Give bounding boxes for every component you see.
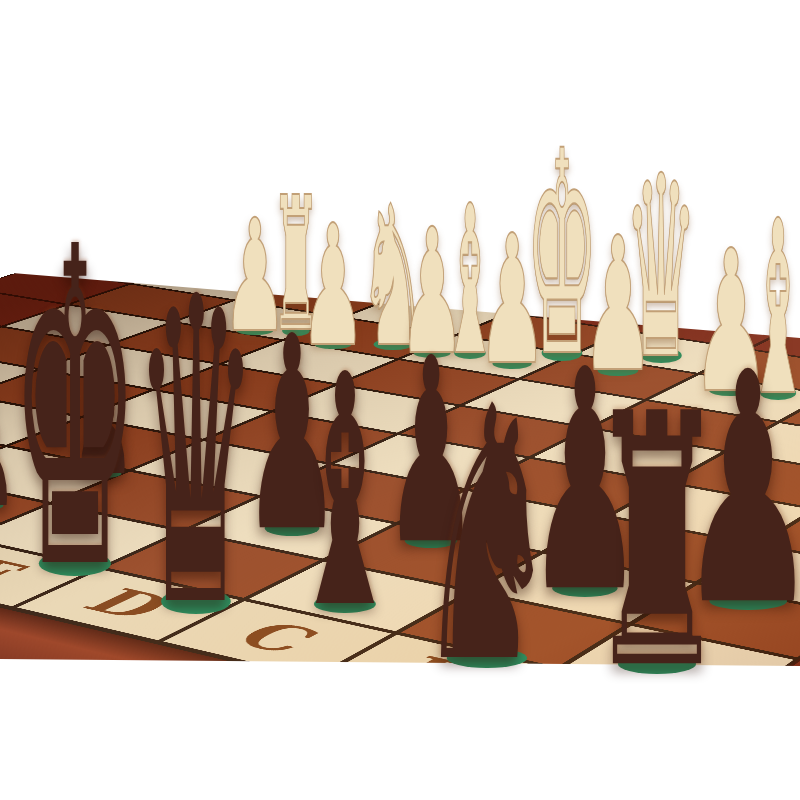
piece-black-rook-a8[interactable]: ♜ — [587, 369, 727, 717]
piece-black-king-e8[interactable]: ♚ — [10, 191, 140, 629]
black-king-icon: ♚ — [10, 191, 140, 629]
black-rook-icon: ♜ — [587, 369, 727, 717]
black-knight-icon: ♞ — [415, 361, 559, 711]
black-queen-icon: ♛ — [134, 243, 259, 665]
chess-set-photo: HGFEDCBA ♟♜♟♞♟♝♟♚♟♛♟♝♟♟♚♛♟♝♟♞♟♜♟ — [0, 0, 800, 800]
piece-black-knight-b8[interactable]: ♞ — [415, 361, 559, 711]
black-bishop-icon: ♝ — [289, 333, 401, 652]
piece-black-bishop-c8[interactable]: ♝ — [289, 333, 401, 652]
piece-black-queen-d8[interactable]: ♛ — [134, 243, 259, 665]
